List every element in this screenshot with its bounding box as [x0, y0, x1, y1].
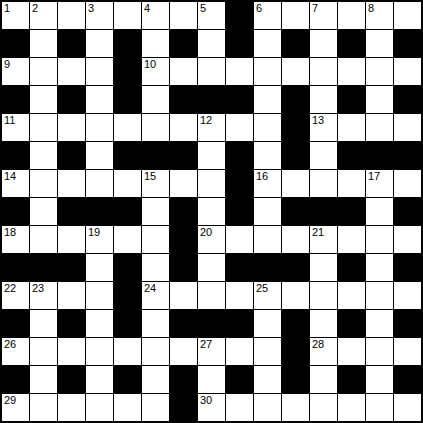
cell-r3c2[interactable] [30, 58, 57, 85]
cell-r3c1[interactable]: 9 [2, 58, 29, 85]
black-cell-r2c9 [226, 30, 253, 57]
cell-r8c8[interactable] [198, 198, 225, 225]
cell-r8c14[interactable] [366, 198, 393, 225]
cell-r13c4[interactable] [86, 338, 113, 365]
cell-r1c13[interactable] [338, 2, 365, 29]
cell-r4c2[interactable] [30, 86, 57, 113]
cell-r13c14[interactable] [366, 338, 393, 365]
black-cell-r6c13 [338, 142, 365, 169]
clue-number-7: 7 [312, 2, 318, 15]
clue-number-15: 15 [144, 170, 156, 183]
cell-r7c8[interactable] [198, 170, 225, 197]
cell-r11c8[interactable] [198, 282, 225, 309]
cell-r11c14[interactable] [366, 282, 393, 309]
cell-r9c3[interactable] [58, 226, 85, 253]
black-cell-r4c7 [170, 86, 197, 113]
cell-r9c15[interactable] [394, 226, 421, 253]
cell-r5c7[interactable] [170, 114, 197, 141]
cell-r15c9[interactable] [226, 394, 253, 421]
cell-r7c10[interactable]: 16 [254, 170, 281, 197]
cell-r4c6[interactable] [142, 86, 169, 113]
black-cell-r9c7 [170, 226, 197, 253]
clue-number-19: 19 [88, 226, 100, 239]
cell-r13c1[interactable]: 26 [2, 338, 29, 365]
cell-r9c5[interactable] [114, 226, 141, 253]
cell-r9c2[interactable] [30, 226, 57, 253]
cell-r7c6[interactable]: 15 [142, 170, 169, 197]
cell-r2c4[interactable] [86, 30, 113, 57]
cell-r11c12[interactable] [310, 282, 337, 309]
cell-r12c2[interactable] [30, 310, 57, 337]
cell-r3c12[interactable] [310, 58, 337, 85]
cell-r1c2[interactable]: 2 [30, 2, 57, 29]
black-cell-r1c9 [226, 2, 253, 29]
black-cell-r6c14 [366, 142, 393, 169]
black-cell-r10c15 [394, 254, 421, 281]
black-cell-r14c5 [114, 366, 141, 393]
cell-r13c3[interactable] [58, 338, 85, 365]
clue-number-26: 26 [4, 338, 16, 351]
black-cell-r14c1 [2, 366, 29, 393]
cell-r1c10[interactable]: 6 [254, 2, 281, 29]
cell-r13c9[interactable] [226, 338, 253, 365]
cell-r15c11[interactable] [282, 394, 309, 421]
black-cell-r2c13 [338, 30, 365, 57]
black-cell-r2c11 [282, 30, 309, 57]
crossword-grid: 1234567891011121314151617181920212223242… [0, 0, 423, 423]
clue-number-23: 23 [32, 282, 44, 295]
cell-r15c8[interactable]: 30 [198, 394, 225, 421]
cell-r9c4[interactable]: 19 [86, 226, 113, 253]
black-cell-r8c7 [170, 198, 197, 225]
cell-r7c12[interactable] [310, 170, 337, 197]
black-cell-r8c9 [226, 198, 253, 225]
cell-r1c1[interactable]: 1 [2, 2, 29, 29]
cell-r6c4[interactable] [86, 142, 113, 169]
cell-r14c8[interactable] [198, 366, 225, 393]
cell-r9c9[interactable] [226, 226, 253, 253]
cell-r14c10[interactable] [254, 366, 281, 393]
black-cell-r6c9 [226, 142, 253, 169]
cell-r15c1[interactable]: 29 [2, 394, 29, 421]
black-cell-r12c15 [394, 310, 421, 337]
cell-r14c6[interactable] [142, 366, 169, 393]
cell-r2c8[interactable] [198, 30, 225, 57]
cell-r14c12[interactable] [310, 366, 337, 393]
black-cell-r10c1 [2, 254, 29, 281]
cell-r3c7[interactable] [170, 58, 197, 85]
cell-r3c4[interactable] [86, 58, 113, 85]
black-cell-r8c15 [394, 198, 421, 225]
cell-r4c14[interactable] [366, 86, 393, 113]
cell-r3c15[interactable] [394, 58, 421, 85]
cell-r5c1[interactable]: 11 [2, 114, 29, 141]
clue-number-8: 8 [368, 2, 374, 15]
black-cell-r15c7 [170, 394, 197, 421]
black-cell-r14c9 [226, 366, 253, 393]
cell-r1c7[interactable] [170, 2, 197, 29]
black-cell-r8c11 [282, 198, 309, 225]
cell-r3c14[interactable] [366, 58, 393, 85]
cell-r11c15[interactable] [394, 282, 421, 309]
black-cell-r14c11 [282, 366, 309, 393]
cell-r9c11[interactable] [282, 226, 309, 253]
cell-r12c14[interactable] [366, 310, 393, 337]
cell-r14c14[interactable] [366, 366, 393, 393]
black-cell-r14c7 [170, 366, 197, 393]
cell-r3c13[interactable] [338, 58, 365, 85]
black-cell-r14c13 [338, 366, 365, 393]
cell-r8c6[interactable] [142, 198, 169, 225]
black-cell-r11c5 [114, 282, 141, 309]
black-cell-r8c13 [338, 198, 365, 225]
black-cell-r4c9 [226, 86, 253, 113]
cell-r5c4[interactable] [86, 114, 113, 141]
clue-number-25: 25 [256, 282, 268, 295]
cell-r7c11[interactable] [282, 170, 309, 197]
cell-r1c6[interactable]: 4 [142, 2, 169, 29]
black-cell-r4c13 [338, 86, 365, 113]
clue-number-14: 14 [4, 170, 16, 183]
cell-r3c3[interactable] [58, 58, 85, 85]
cell-r2c2[interactable] [30, 30, 57, 57]
cell-r1c15[interactable] [394, 2, 421, 29]
black-cell-r4c1 [2, 86, 29, 113]
cell-r15c4[interactable] [86, 394, 113, 421]
black-cell-r6c5 [114, 142, 141, 169]
cell-r13c8[interactable]: 27 [198, 338, 225, 365]
cell-r9c10[interactable] [254, 226, 281, 253]
cell-r15c6[interactable] [142, 394, 169, 421]
black-cell-r6c15 [394, 142, 421, 169]
cell-r7c4[interactable] [86, 170, 113, 197]
cell-r5c3[interactable] [58, 114, 85, 141]
clue-number-11: 11 [4, 114, 15, 127]
black-cell-r7c9 [226, 170, 253, 197]
black-cell-r8c4 [86, 198, 113, 225]
black-cell-r2c5 [114, 30, 141, 57]
black-cell-r13c11 [282, 338, 309, 365]
cell-r5c12[interactable]: 13 [310, 114, 337, 141]
clue-number-16: 16 [256, 170, 268, 183]
cell-r9c6[interactable] [142, 226, 169, 253]
cell-r5c15[interactable] [394, 114, 421, 141]
cell-r8c10[interactable] [254, 198, 281, 225]
cell-r15c12[interactable] [310, 394, 337, 421]
cell-r15c15[interactable] [394, 394, 421, 421]
cell-r11c4[interactable] [86, 282, 113, 309]
cell-r13c10[interactable] [254, 338, 281, 365]
cell-r11c6[interactable]: 24 [142, 282, 169, 309]
clue-number-1: 1 [4, 2, 10, 15]
cell-r14c4[interactable] [86, 366, 113, 393]
cell-r11c11[interactable] [282, 282, 309, 309]
clue-number-20: 20 [200, 226, 212, 239]
cell-r9c8[interactable]: 20 [198, 226, 225, 253]
cell-r5c10[interactable] [254, 114, 281, 141]
cell-r2c14[interactable] [366, 30, 393, 57]
clue-number-24: 24 [144, 282, 156, 295]
cell-r11c10[interactable]: 25 [254, 282, 281, 309]
cell-r5c14[interactable] [366, 114, 393, 141]
cell-r5c9[interactable] [226, 114, 253, 141]
cell-r5c8[interactable]: 12 [198, 114, 225, 141]
cell-r9c12[interactable]: 21 [310, 226, 337, 253]
clue-number-28: 28 [312, 338, 324, 351]
black-cell-r12c7 [170, 310, 197, 337]
cell-r13c15[interactable] [394, 338, 421, 365]
black-cell-r12c13 [338, 310, 365, 337]
clue-number-18: 18 [4, 226, 16, 239]
cell-r1c8[interactable]: 5 [198, 2, 225, 29]
cell-r7c5[interactable] [114, 170, 141, 197]
cell-r1c14[interactable]: 8 [366, 2, 393, 29]
cell-r15c2[interactable] [30, 394, 57, 421]
black-cell-r12c9 [226, 310, 253, 337]
black-cell-r3c5 [114, 58, 141, 85]
clue-number-6: 6 [256, 2, 262, 15]
black-cell-r6c11 [282, 142, 309, 169]
black-cell-r4c3 [58, 86, 85, 113]
black-cell-r2c15 [394, 30, 421, 57]
cell-r7c14[interactable]: 17 [366, 170, 393, 197]
cell-r9c13[interactable] [338, 226, 365, 253]
cell-r15c14[interactable] [366, 394, 393, 421]
cell-r13c13[interactable] [338, 338, 365, 365]
black-cell-r10c10 [254, 254, 281, 281]
cell-r5c6[interactable] [142, 114, 169, 141]
cell-r7c3[interactable] [58, 170, 85, 197]
clue-number-10: 10 [144, 58, 156, 71]
black-cell-r6c6 [142, 142, 169, 169]
black-cell-r5c11 [282, 114, 309, 141]
cell-r11c7[interactable] [170, 282, 197, 309]
cell-r7c13[interactable] [338, 170, 365, 197]
clue-number-21: 21 [312, 226, 324, 239]
clue-number-4: 4 [144, 2, 150, 15]
cell-r5c5[interactable] [114, 114, 141, 141]
cell-r7c7[interactable] [170, 170, 197, 197]
black-cell-r2c3 [58, 30, 85, 57]
clue-number-9: 9 [4, 58, 10, 71]
cell-r3c6[interactable]: 10 [142, 58, 169, 85]
cell-r1c12[interactable]: 7 [310, 2, 337, 29]
cell-r4c10[interactable] [254, 86, 281, 113]
black-cell-r10c3 [58, 254, 85, 281]
cell-r15c5[interactable] [114, 394, 141, 421]
cell-r6c12[interactable] [310, 142, 337, 169]
cell-r2c10[interactable] [254, 30, 281, 57]
cell-r11c9[interactable] [226, 282, 253, 309]
cell-r15c10[interactable] [254, 394, 281, 421]
clue-number-5: 5 [200, 2, 206, 15]
black-cell-r14c3 [58, 366, 85, 393]
cell-r8c2[interactable] [30, 198, 57, 225]
cell-r7c15[interactable] [394, 170, 421, 197]
clue-number-3: 3 [88, 2, 94, 15]
cell-r4c4[interactable] [86, 86, 113, 113]
cell-r4c12[interactable] [310, 86, 337, 113]
cell-r14c2[interactable] [30, 366, 57, 393]
cell-r9c1[interactable]: 18 [2, 226, 29, 253]
cell-r9c14[interactable] [366, 226, 393, 253]
cell-r15c13[interactable] [338, 394, 365, 421]
cell-r15c3[interactable] [58, 394, 85, 421]
clue-number-27: 27 [200, 338, 212, 351]
cell-r7c1[interactable]: 14 [2, 170, 29, 197]
black-cell-r10c13 [338, 254, 365, 281]
black-cell-r6c7 [170, 142, 197, 169]
cell-r12c10[interactable] [254, 310, 281, 337]
black-cell-r12c5 [114, 310, 141, 337]
cell-r1c5[interactable] [114, 2, 141, 29]
cell-r11c2[interactable]: 23 [30, 282, 57, 309]
black-cell-r4c11 [282, 86, 309, 113]
clue-number-12: 12 [200, 114, 212, 127]
cell-r12c12[interactable] [310, 310, 337, 337]
cell-r2c12[interactable] [310, 30, 337, 57]
black-cell-r12c3 [58, 310, 85, 337]
black-cell-r12c1 [2, 310, 29, 337]
cell-r12c6[interactable] [142, 310, 169, 337]
black-cell-r14c15 [394, 366, 421, 393]
cell-r7c2[interactable] [30, 170, 57, 197]
cell-r1c11[interactable] [282, 2, 309, 29]
cell-r11c1[interactable]: 22 [2, 282, 29, 309]
cell-r5c13[interactable] [338, 114, 365, 141]
cell-r10c12[interactable] [310, 254, 337, 281]
black-cell-r4c5 [114, 86, 141, 113]
clue-number-13: 13 [312, 114, 324, 127]
black-cell-r12c11 [282, 310, 309, 337]
cell-r6c10[interactable] [254, 142, 281, 169]
black-cell-r4c15 [394, 86, 421, 113]
black-cell-r6c3 [58, 142, 85, 169]
cell-r13c5[interactable] [114, 338, 141, 365]
cell-r13c2[interactable] [30, 338, 57, 365]
clue-number-22: 22 [4, 282, 16, 295]
cell-r6c2[interactable] [30, 142, 57, 169]
cell-r13c6[interactable] [142, 338, 169, 365]
cell-r13c7[interactable] [170, 338, 197, 365]
cell-r1c3[interactable] [58, 2, 85, 29]
black-cell-r6c1 [2, 142, 29, 169]
cell-r6c8[interactable] [198, 142, 225, 169]
clue-number-2: 2 [32, 2, 38, 15]
cell-r10c6[interactable] [142, 254, 169, 281]
cell-r3c8[interactable] [198, 58, 225, 85]
cell-r3c10[interactable] [254, 58, 281, 85]
cell-r5c2[interactable] [30, 114, 57, 141]
cell-r3c9[interactable] [226, 58, 253, 85]
cell-r10c8[interactable] [198, 254, 225, 281]
cell-r2c6[interactable] [142, 30, 169, 57]
black-cell-r10c11 [282, 254, 309, 281]
black-cell-r8c5 [114, 198, 141, 225]
black-cell-r10c5 [114, 254, 141, 281]
black-cell-r4c8 [198, 86, 225, 113]
cell-r11c13[interactable] [338, 282, 365, 309]
clue-number-30: 30 [200, 394, 212, 407]
clue-number-17: 17 [368, 170, 380, 183]
black-cell-r2c7 [170, 30, 197, 57]
black-cell-r10c2 [30, 254, 57, 281]
black-cell-r8c1 [2, 198, 29, 225]
cell-r3c11[interactable] [282, 58, 309, 85]
black-cell-r8c3 [58, 198, 85, 225]
black-cell-r12c8 [198, 310, 225, 337]
black-cell-r10c9 [226, 254, 253, 281]
cell-r10c4[interactable] [86, 254, 113, 281]
cell-r11c3[interactable] [58, 282, 85, 309]
clue-number-29: 29 [4, 394, 16, 407]
cell-r13c12[interactable]: 28 [310, 338, 337, 365]
black-cell-r2c1 [2, 30, 29, 57]
cell-r10c14[interactable] [366, 254, 393, 281]
cell-r12c4[interactable] [86, 310, 113, 337]
black-cell-r10c7 [170, 254, 197, 281]
black-cell-r8c12 [310, 198, 337, 225]
cell-r1c4[interactable]: 3 [86, 2, 113, 29]
